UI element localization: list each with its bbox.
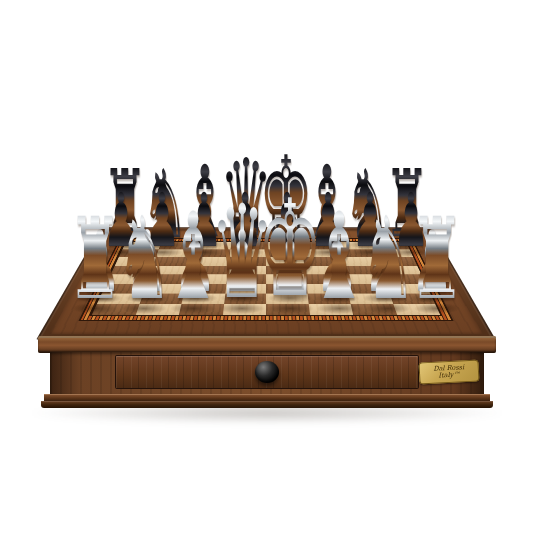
square-g3[interactable] [346, 284, 389, 294]
square-h1[interactable] [393, 304, 440, 315]
square-a6[interactable] [115, 257, 156, 265]
square-b8[interactable] [158, 242, 196, 250]
board-walnut-margin [49, 231, 482, 335]
square-a4[interactable] [106, 274, 149, 283]
square-b6[interactable] [153, 257, 193, 265]
ground-shadow [24, 402, 510, 424]
square-b3[interactable] [143, 284, 186, 294]
square-g4[interactable] [344, 274, 386, 283]
square-g8[interactable] [336, 242, 374, 250]
square-e8[interactable] [266, 242, 302, 250]
chess-board-scene [36, 80, 496, 340]
chess-board-grid [92, 242, 441, 315]
square-d5[interactable] [227, 266, 266, 275]
square-b5[interactable] [150, 266, 191, 275]
square-c1[interactable] [179, 304, 224, 315]
square-f6[interactable] [303, 257, 342, 265]
square-d4[interactable] [226, 274, 266, 283]
storage-drawer[interactable] [116, 356, 418, 388]
box-front-face: Dal Rossi Italy™ [50, 352, 484, 394]
square-d1[interactable] [222, 304, 266, 315]
box-frame-lip [38, 336, 496, 353]
square-b1[interactable] [135, 304, 181, 315]
square-e1[interactable] [266, 304, 310, 315]
square-c3[interactable] [184, 284, 226, 294]
drawer-knob[interactable] [255, 361, 279, 383]
board-mosaic-inlay-border [80, 238, 453, 320]
square-e2[interactable] [266, 294, 308, 304]
square-c4[interactable] [186, 274, 227, 283]
square-e4[interactable] [266, 274, 306, 283]
square-d3[interactable] [225, 284, 266, 294]
square-g7[interactable] [338, 249, 377, 257]
square-a8[interactable] [122, 242, 161, 250]
square-g5[interactable] [342, 266, 383, 275]
square-b4[interactable] [146, 274, 188, 283]
square-c2[interactable] [181, 294, 225, 304]
plaque-country-text: Italy™ [438, 371, 460, 380]
square-h7[interactable] [374, 249, 414, 257]
square-g6[interactable] [340, 257, 380, 265]
square-f8[interactable] [301, 242, 338, 250]
square-h3[interactable] [386, 284, 431, 294]
square-f4[interactable] [305, 274, 346, 283]
square-h8[interactable] [371, 242, 410, 250]
box-base-molding-upper [44, 394, 490, 401]
square-d2[interactable] [224, 294, 266, 304]
square-h2[interactable] [389, 294, 435, 304]
square-f2[interactable] [307, 294, 351, 304]
square-b7[interactable] [156, 249, 195, 257]
square-f3[interactable] [306, 284, 348, 294]
square-a3[interactable] [102, 284, 147, 294]
square-c6[interactable] [190, 257, 229, 265]
square-a2[interactable] [97, 294, 143, 304]
square-b2[interactable] [139, 294, 184, 304]
square-f7[interactable] [302, 249, 340, 257]
square-d7[interactable] [229, 249, 266, 257]
square-a1[interactable] [92, 304, 139, 315]
square-g1[interactable] [351, 304, 397, 315]
square-c7[interactable] [192, 249, 230, 257]
square-a7[interactable] [119, 249, 159, 257]
square-g2[interactable] [348, 294, 393, 304]
board-pinstripe-border [89, 241, 442, 316]
square-a5[interactable] [111, 266, 153, 275]
product-photo: ♜♞♝♛♚♝♞♜♟♟♟♟♟♟♟♟♟♟♟♟♟♟♟♟♜♞♝♛♚♝♞♜ Dal Ros… [0, 0, 533, 533]
square-e5[interactable] [266, 266, 305, 275]
square-h6[interactable] [376, 257, 417, 265]
square-d6[interactable] [228, 257, 266, 265]
square-e3[interactable] [266, 284, 307, 294]
square-c5[interactable] [188, 266, 228, 275]
square-e6[interactable] [266, 257, 304, 265]
chess-board [36, 227, 496, 340]
brand-plaque: Dal Rossi Italy™ [418, 359, 479, 384]
square-c8[interactable] [194, 242, 231, 250]
square-f1[interactable] [308, 304, 353, 315]
square-h5[interactable] [379, 266, 421, 275]
square-d8[interactable] [230, 242, 266, 250]
square-e7[interactable] [266, 249, 303, 257]
square-h4[interactable] [382, 274, 425, 283]
square-f5[interactable] [304, 266, 344, 275]
